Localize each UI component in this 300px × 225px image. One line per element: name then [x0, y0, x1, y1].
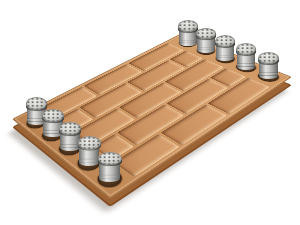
- jar-body: [237, 54, 256, 70]
- jar-body: [79, 148, 100, 165]
- jar-body: [216, 46, 234, 61]
- spice-jar-right-3[interactable]: [215, 35, 235, 62]
- jar-body: [99, 164, 120, 182]
- spice-jar-right-5[interactable]: [258, 52, 279, 80]
- jar-perforated-lid-icon: [196, 28, 216, 40]
- spice-jar-right-2[interactable]: [196, 28, 216, 54]
- spice-jar-right-4[interactable]: [236, 43, 257, 70]
- jar-body: [179, 31, 197, 46]
- jar-perforated-lid-icon: [78, 136, 101, 149]
- jar-perforated-lid-icon: [42, 109, 64, 122]
- jar-perforated-lid-icon: [26, 97, 48, 110]
- jar-perforated-lid-icon: [98, 152, 122, 166]
- jar-perforated-lid-icon: [178, 20, 198, 31]
- product-photo-scene: [0, 0, 300, 225]
- spice-jar-left-5[interactable]: [98, 152, 122, 183]
- jar-body: [197, 38, 215, 53]
- jar-body: [259, 63, 278, 79]
- spice-jar-right-1[interactable]: [178, 20, 198, 46]
